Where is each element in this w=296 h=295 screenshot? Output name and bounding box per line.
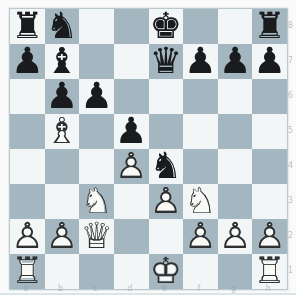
white-pawn-piece-fill: ♟	[46, 217, 78, 253]
square-f3[interactable]: ♞♘	[183, 184, 218, 219]
square-h3[interactable]	[252, 184, 287, 219]
white-queen-piece: ♕	[80, 217, 112, 253]
square-f8[interactable]	[183, 9, 218, 44]
square-b8[interactable]: ♞	[45, 9, 80, 44]
white-pawn-piece: ♙	[150, 182, 182, 218]
square-c1[interactable]	[79, 254, 114, 289]
rank-label-1: 1	[288, 267, 296, 275]
white-knight-piece-fill: ♞	[184, 182, 216, 218]
square-e3[interactable]: ♟♙	[149, 184, 184, 219]
square-h8[interactable]: ♜	[252, 9, 287, 44]
white-queen-piece-fill: ♛	[80, 217, 112, 253]
square-g3[interactable]	[218, 184, 253, 219]
rank-label-7: 7	[288, 57, 296, 65]
square-f1[interactable]	[183, 254, 218, 289]
square-e4[interactable]: ♞	[149, 149, 184, 184]
square-d4[interactable]: ♟♙	[114, 149, 149, 184]
square-g8[interactable]	[218, 9, 253, 44]
square-e7[interactable]: ♛	[149, 44, 184, 79]
black-pawn-piece: ♟	[254, 42, 286, 78]
black-pawn-piece: ♟	[219, 42, 251, 78]
black-rook-piece: ♜	[254, 7, 286, 43]
square-d3[interactable]	[114, 184, 149, 219]
white-rook-piece: ♖	[11, 252, 43, 288]
white-knight-piece: ♘	[184, 182, 216, 218]
rank-label-4: 4	[288, 162, 296, 170]
square-b3[interactable]	[45, 184, 80, 219]
black-king-piece: ♚	[150, 7, 182, 43]
square-a4[interactable]	[10, 149, 45, 184]
square-e5[interactable]	[149, 114, 184, 149]
square-f4[interactable]	[183, 149, 218, 184]
black-pawn-piece: ♟	[115, 112, 147, 148]
white-king-piece-fill: ♚	[150, 252, 182, 288]
square-f6[interactable]	[183, 79, 218, 114]
square-f7[interactable]: ♟	[183, 44, 218, 79]
square-a8[interactable]: ♜	[10, 9, 45, 44]
square-c7[interactable]	[79, 44, 114, 79]
square-f2[interactable]: ♟♙	[183, 219, 218, 254]
square-b2[interactable]: ♟♙	[45, 219, 80, 254]
black-pawn-piece: ♟	[11, 42, 43, 78]
white-pawn-piece-fill: ♟	[115, 147, 147, 183]
square-h4[interactable]	[252, 149, 287, 184]
white-pawn-piece-fill: ♟	[11, 217, 43, 253]
white-pawn-piece-fill: ♟	[254, 217, 286, 253]
chess-diagram: ♜♞♚♜♟♝♛♟♟♟♟♟♝♗♟♟♙♞♞♘♟♙♞♘♟♙♟♙♛♕♟♙♟♙♟♙♜♖♚♔…	[0, 0, 296, 295]
white-knight-piece-fill: ♞	[80, 182, 112, 218]
black-pawn-piece: ♟	[184, 42, 216, 78]
white-pawn-piece: ♙	[219, 217, 251, 253]
chess-board: ♜♞♚♜♟♝♛♟♟♟♟♟♝♗♟♟♙♞♞♘♟♙♞♘♟♙♟♙♛♕♟♙♟♙♟♙♜♖♚♔…	[9, 8, 288, 290]
white-king-piece: ♔	[150, 252, 182, 288]
black-bishop-piece: ♝	[46, 42, 78, 78]
square-a2[interactable]: ♟♙	[10, 219, 45, 254]
square-h7[interactable]: ♟	[252, 44, 287, 79]
square-b6[interactable]: ♟	[45, 79, 80, 114]
square-h5[interactable]	[252, 114, 287, 149]
white-rook-piece: ♖	[254, 252, 286, 288]
white-rook-piece-fill: ♜	[11, 252, 43, 288]
rank-label-8: 8	[288, 22, 296, 30]
square-e1[interactable]: ♚♔	[149, 254, 184, 289]
white-pawn-piece: ♙	[115, 147, 147, 183]
white-pawn-piece-fill: ♟	[150, 182, 182, 218]
white-bishop-piece-fill: ♝	[46, 112, 78, 148]
square-a1[interactable]: ♜♖	[10, 254, 45, 289]
black-rook-piece: ♜	[11, 7, 43, 43]
black-queen-piece: ♛	[150, 42, 182, 78]
square-e8[interactable]: ♚	[149, 9, 184, 44]
square-c8[interactable]	[79, 9, 114, 44]
square-c2[interactable]: ♛♕	[79, 219, 114, 254]
white-pawn-piece: ♙	[184, 217, 216, 253]
square-d7[interactable]	[114, 44, 149, 79]
square-d1[interactable]	[114, 254, 149, 289]
square-g6[interactable]	[218, 79, 253, 114]
square-a6[interactable]	[10, 79, 45, 114]
square-h1[interactable]: ♜♖	[252, 254, 287, 289]
square-e2[interactable]	[149, 219, 184, 254]
square-g1[interactable]	[218, 254, 253, 289]
square-h6[interactable]	[252, 79, 287, 114]
square-d5[interactable]: ♟	[114, 114, 149, 149]
square-d2[interactable]	[114, 219, 149, 254]
square-b7[interactable]: ♝	[45, 44, 80, 79]
square-d8[interactable]	[114, 9, 149, 44]
square-g5[interactable]	[218, 114, 253, 149]
white-pawn-piece: ♙	[11, 217, 43, 253]
square-e6[interactable]	[149, 79, 184, 114]
square-b5[interactable]: ♝♗	[45, 114, 80, 149]
square-c6[interactable]: ♟	[79, 79, 114, 114]
square-c5[interactable]	[79, 114, 114, 149]
black-knight-piece: ♞	[46, 7, 78, 43]
square-a7[interactable]: ♟	[10, 44, 45, 79]
rank-label-5: 5	[288, 127, 296, 135]
square-a3[interactable]	[10, 184, 45, 219]
rank-label-2: 2	[288, 232, 296, 240]
white-pawn-piece-fill: ♟	[219, 217, 251, 253]
square-b4[interactable]	[45, 149, 80, 184]
white-pawn-piece-fill: ♟	[184, 217, 216, 253]
black-pawn-piece: ♟	[46, 77, 78, 113]
square-c3[interactable]: ♞♘	[79, 184, 114, 219]
rank-label-6: 6	[288, 92, 296, 100]
square-c4[interactable]	[79, 149, 114, 184]
white-pawn-piece: ♙	[254, 217, 286, 253]
white-knight-piece: ♘	[80, 182, 112, 218]
square-d6[interactable]	[114, 79, 149, 114]
square-h2[interactable]: ♟♙	[252, 219, 287, 254]
white-rook-piece-fill: ♜	[254, 252, 286, 288]
square-f5[interactable]	[183, 114, 218, 149]
white-bishop-piece: ♗	[46, 112, 78, 148]
black-pawn-piece: ♟	[80, 77, 112, 113]
rank-label-3: 3	[288, 197, 296, 205]
square-g7[interactable]: ♟	[218, 44, 253, 79]
square-a5[interactable]	[10, 114, 45, 149]
white-pawn-piece: ♙	[46, 217, 78, 253]
square-b1[interactable]	[45, 254, 80, 289]
black-knight-piece: ♞	[150, 147, 182, 183]
square-g4[interactable]	[218, 149, 253, 184]
square-g2[interactable]: ♟♙	[218, 219, 253, 254]
